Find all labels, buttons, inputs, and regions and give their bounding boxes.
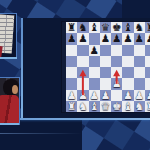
square-g6[interactable] xyxy=(134,45,145,56)
square-c7[interactable] xyxy=(89,33,100,44)
square-a3[interactable] xyxy=(66,78,77,89)
square-d4[interactable] xyxy=(100,67,111,78)
piece-black-p-a7[interactable]: ♟ xyxy=(66,33,77,44)
square-g3[interactable] xyxy=(134,78,145,89)
chess-board-grid[interactable]: ♜♞♝♛♚♝♞♜♟♟♟♟♟♟♟♟♟♟♟♟♟♟♟♟♜♞♝♛♚♝♞♜ xyxy=(66,22,150,112)
piece-black-p-g7[interactable]: ♟ xyxy=(134,33,145,44)
presenter-face xyxy=(12,85,18,94)
square-c6[interactable]: ♟ xyxy=(89,45,100,56)
square-e1[interactable]: ♚ xyxy=(111,101,122,112)
square-h1[interactable]: ♜ xyxy=(145,101,150,112)
square-a1[interactable]: ♜ xyxy=(66,101,77,112)
square-c5[interactable] xyxy=(89,56,100,67)
lower-accent-line xyxy=(0,133,82,134)
square-a4[interactable] xyxy=(66,67,77,78)
square-f5[interactable] xyxy=(122,56,133,67)
piece-white-r-h1[interactable]: ♜ xyxy=(145,101,150,112)
square-f1[interactable]: ♝ xyxy=(122,101,133,112)
piece-black-b-c8[interactable]: ♝ xyxy=(89,22,100,33)
chess-board[interactable]: ♜♞♝♛♚♝♞♜♟♟♟♟♟♟♟♟♟♟♟♟♟♟♟♟♜♞♝♛♚♝♞♜ xyxy=(62,22,150,112)
piece-white-p-e3[interactable]: ♟ xyxy=(111,78,122,89)
piece-white-n-g1[interactable]: ♞ xyxy=(134,101,145,112)
square-b7[interactable]: ♟ xyxy=(77,33,88,44)
square-h5[interactable] xyxy=(145,56,150,67)
square-d5[interactable] xyxy=(100,56,111,67)
square-g7[interactable]: ♟ xyxy=(134,33,145,44)
square-g4[interactable] xyxy=(134,67,145,78)
square-b3[interactable] xyxy=(77,78,88,89)
square-h7[interactable]: ♟ xyxy=(145,33,150,44)
square-d1[interactable]: ♛ xyxy=(100,101,111,112)
square-d6[interactable] xyxy=(100,45,111,56)
square-c1[interactable]: ♝ xyxy=(89,101,100,112)
square-b5[interactable] xyxy=(77,56,88,67)
square-h3[interactable] xyxy=(145,78,150,89)
square-d7[interactable]: ♟ xyxy=(100,33,111,44)
piece-black-p-c6[interactable]: ♟ xyxy=(89,45,100,56)
square-f7[interactable]: ♟ xyxy=(122,33,133,44)
panel-left-border-line xyxy=(21,18,23,119)
square-e3[interactable]: ♟ xyxy=(111,78,122,89)
square-c8[interactable]: ♝ xyxy=(89,22,100,33)
sidebar-divider-bottom xyxy=(0,123,19,125)
square-b6[interactable] xyxy=(77,45,88,56)
broadcast-frame: ♜♞♝♛♚♝♞♜♟♟♟♟♟♟♟♟♟♟♟♟♟♟♟♟♜♞♝♛♚♝♞♜ xyxy=(0,0,150,150)
piece-white-r-a1[interactable]: ♜ xyxy=(66,101,77,112)
piece-white-q-d1[interactable]: ♛ xyxy=(100,101,111,112)
square-e5[interactable] xyxy=(111,56,122,67)
piece-black-p-h7[interactable]: ♟ xyxy=(145,33,150,44)
square-a7[interactable]: ♟ xyxy=(66,33,77,44)
sidebar-divider-top xyxy=(0,57,17,59)
presenter-red-top xyxy=(0,95,19,124)
piece-black-p-f7[interactable]: ♟ xyxy=(122,33,133,44)
piece-white-b-c1[interactable]: ♝ xyxy=(89,101,100,112)
checker-background-bottom-right xyxy=(82,118,150,150)
square-a5[interactable] xyxy=(66,56,77,67)
panel-bottom-border-line xyxy=(20,118,150,120)
square-b1[interactable]: ♞ xyxy=(77,101,88,112)
square-f3[interactable] xyxy=(122,78,133,89)
piece-black-p-b7[interactable]: ♟ xyxy=(77,33,88,44)
presenter-photo xyxy=(0,77,20,125)
square-f4[interactable] xyxy=(122,67,133,78)
square-h6[interactable] xyxy=(145,45,150,56)
square-g5[interactable] xyxy=(134,56,145,67)
square-c4[interactable] xyxy=(89,67,100,78)
square-f6[interactable] xyxy=(122,45,133,56)
scoresheet-thumbnail xyxy=(0,13,17,58)
piece-white-b-f1[interactable]: ♝ xyxy=(122,101,133,112)
square-a6[interactable] xyxy=(66,45,77,56)
square-c3[interactable] xyxy=(89,78,100,89)
square-h4[interactable] xyxy=(145,67,150,78)
square-e7[interactable]: ♟ xyxy=(111,33,122,44)
piece-white-n-b1[interactable]: ♞ xyxy=(77,101,88,112)
piece-black-p-d7[interactable]: ♟ xyxy=(100,33,111,44)
square-e6[interactable] xyxy=(111,45,122,56)
square-d3[interactable] xyxy=(100,78,111,89)
square-g1[interactable]: ♞ xyxy=(134,101,145,112)
square-b4[interactable] xyxy=(77,67,88,78)
piece-black-p-e7[interactable]: ♟ xyxy=(111,33,122,44)
piece-white-k-e1[interactable]: ♚ xyxy=(111,101,122,112)
